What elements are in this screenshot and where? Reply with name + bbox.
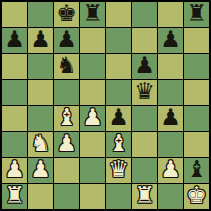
square-e8[interactable] <box>106 2 131 27</box>
square-e6[interactable] <box>106 54 131 79</box>
square-d6[interactable] <box>80 54 105 79</box>
square-h1[interactable]: ♚ <box>184 184 209 209</box>
square-e7[interactable] <box>106 28 131 53</box>
square-h8[interactable]: ♜ <box>184 2 209 27</box>
piece-black-pawn: ♟ <box>108 106 129 129</box>
square-b2[interactable]: ♟ <box>28 158 53 183</box>
square-h5[interactable] <box>184 80 209 105</box>
square-a6[interactable] <box>2 54 27 79</box>
piece-black-rook: ♜ <box>82 2 103 25</box>
square-b7[interactable]: ♟ <box>28 28 53 53</box>
piece-black-knight: ♞ <box>56 54 77 77</box>
square-b8[interactable] <box>28 2 53 27</box>
square-b5[interactable] <box>28 80 53 105</box>
square-b6[interactable] <box>28 54 53 79</box>
square-d2[interactable] <box>80 158 105 183</box>
square-d8[interactable]: ♜ <box>80 2 105 27</box>
square-a2[interactable]: ♟ <box>2 158 27 183</box>
square-f1[interactable]: ♜ <box>132 184 157 209</box>
square-b3[interactable]: ♞ <box>28 132 53 157</box>
piece-white-pawn: ♟ <box>56 132 77 155</box>
piece-white-queen: ♛ <box>108 158 129 181</box>
square-c3[interactable]: ♟ <box>54 132 79 157</box>
piece-white-bishop: ♝ <box>56 106 77 129</box>
square-e5[interactable] <box>106 80 131 105</box>
piece-black-pawn: ♟ <box>56 28 77 51</box>
square-g6[interactable] <box>158 54 183 79</box>
square-d5[interactable] <box>80 80 105 105</box>
square-f3[interactable] <box>132 132 157 157</box>
square-a8[interactable] <box>2 2 27 27</box>
square-c5[interactable] <box>54 80 79 105</box>
square-h4[interactable] <box>184 106 209 131</box>
square-e1[interactable] <box>106 184 131 209</box>
square-d3[interactable] <box>80 132 105 157</box>
square-d1[interactable] <box>80 184 105 209</box>
piece-black-pawn: ♟ <box>4 28 25 51</box>
square-f5[interactable]: ♛ <box>132 80 157 105</box>
piece-white-pawn: ♟ <box>160 158 181 181</box>
piece-white-bishop: ♝ <box>108 132 129 155</box>
piece-black-bishop: ♝ <box>186 158 207 181</box>
square-c1[interactable] <box>54 184 79 209</box>
piece-white-rook: ♜ <box>4 184 25 207</box>
square-f7[interactable] <box>132 28 157 53</box>
square-g3[interactable] <box>158 132 183 157</box>
square-a5[interactable] <box>2 80 27 105</box>
square-e4[interactable]: ♟ <box>106 106 131 131</box>
square-c2[interactable] <box>54 158 79 183</box>
square-d7[interactable] <box>80 28 105 53</box>
piece-black-pawn: ♟ <box>160 106 181 129</box>
square-c7[interactable]: ♟ <box>54 28 79 53</box>
square-e3[interactable]: ♝ <box>106 132 131 157</box>
square-g5[interactable] <box>158 80 183 105</box>
square-f6[interactable]: ♟ <box>132 54 157 79</box>
piece-white-king: ♚ <box>186 184 207 207</box>
square-g1[interactable] <box>158 184 183 209</box>
square-h7[interactable] <box>184 28 209 53</box>
square-d4[interactable]: ♟ <box>80 106 105 131</box>
square-c4[interactable]: ♝ <box>54 106 79 131</box>
square-a3[interactable] <box>2 132 27 157</box>
piece-white-pawn: ♟ <box>82 106 103 129</box>
piece-black-pawn: ♟ <box>160 28 181 51</box>
square-h2[interactable]: ♝ <box>184 158 209 183</box>
square-g8[interactable] <box>158 2 183 27</box>
square-e2[interactable]: ♛ <box>106 158 131 183</box>
square-b1[interactable] <box>28 184 53 209</box>
piece-white-pawn: ♟ <box>4 158 25 181</box>
piece-white-pawn: ♟ <box>30 158 51 181</box>
square-h3[interactable] <box>184 132 209 157</box>
piece-white-knight: ♞ <box>30 132 51 155</box>
square-c6[interactable]: ♞ <box>54 54 79 79</box>
piece-black-rook: ♜ <box>186 2 207 25</box>
piece-black-queen: ♛ <box>134 80 155 103</box>
piece-white-rook: ♜ <box>134 184 155 207</box>
square-g7[interactable]: ♟ <box>158 28 183 53</box>
square-c8[interactable]: ♚ <box>54 2 79 27</box>
square-f8[interactable] <box>132 2 157 27</box>
chess-board: ♚♜♜♟♟♟♟♞♟♛♝♟♟♟♞♟♝♟♟♛♟♝♜♜♚ <box>0 0 211 211</box>
piece-black-pawn: ♟ <box>30 28 51 51</box>
square-g4[interactable]: ♟ <box>158 106 183 131</box>
square-f4[interactable] <box>132 106 157 131</box>
square-h6[interactable] <box>184 54 209 79</box>
piece-black-king: ♚ <box>56 2 77 25</box>
square-a1[interactable]: ♜ <box>2 184 27 209</box>
square-f2[interactable] <box>132 158 157 183</box>
square-a7[interactable]: ♟ <box>2 28 27 53</box>
square-a4[interactable] <box>2 106 27 131</box>
square-g2[interactable]: ♟ <box>158 158 183 183</box>
square-b4[interactable] <box>28 106 53 131</box>
piece-black-pawn: ♟ <box>134 54 155 77</box>
